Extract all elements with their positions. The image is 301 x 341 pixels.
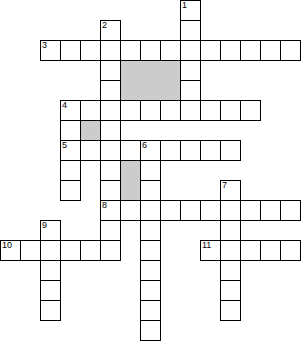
letter-cell[interactable]: [260, 240, 281, 261]
letter-cell[interactable]: [120, 100, 141, 121]
letter-cell[interactable]: [280, 240, 301, 261]
letter-cell[interactable]: [100, 100, 121, 121]
letter-cell[interactable]: 11: [200, 240, 221, 261]
letter-cell[interactable]: [180, 100, 201, 121]
letter-cell[interactable]: [220, 100, 241, 121]
letter-cell[interactable]: [160, 40, 181, 61]
letter-cell[interactable]: 1: [180, 0, 201, 21]
letter-cell[interactable]: [100, 60, 121, 81]
letter-cell[interactable]: [220, 220, 241, 241]
clue-number: 7: [222, 180, 227, 190]
letter-cell[interactable]: [60, 40, 81, 61]
shaded-cell: [120, 80, 141, 101]
letter-cell[interactable]: [60, 240, 81, 261]
letter-cell[interactable]: [100, 240, 121, 261]
shaded-cell: [120, 180, 141, 201]
letter-cell[interactable]: [280, 40, 301, 61]
clue-number: 9: [42, 220, 47, 230]
letter-cell[interactable]: [60, 160, 81, 181]
letter-cell[interactable]: 3: [40, 40, 61, 61]
letter-cell[interactable]: 6: [140, 140, 161, 161]
letter-cell[interactable]: [180, 60, 201, 81]
letter-cell[interactable]: [40, 300, 61, 321]
letter-cell[interactable]: [120, 140, 141, 161]
letter-cell[interactable]: [80, 240, 101, 261]
letter-cell[interactable]: [140, 260, 161, 281]
letter-cell[interactable]: [240, 40, 261, 61]
letter-cell[interactable]: [160, 100, 181, 121]
letter-cell[interactable]: [140, 280, 161, 301]
letter-cell[interactable]: [100, 80, 121, 101]
letter-cell[interactable]: [260, 200, 281, 221]
clue-number: 4: [62, 100, 67, 110]
letter-cell[interactable]: 7: [220, 180, 241, 201]
letter-cell[interactable]: 5: [60, 140, 81, 161]
letter-cell[interactable]: [20, 240, 41, 261]
letter-cell[interactable]: [180, 80, 201, 101]
letter-cell[interactable]: [60, 120, 81, 141]
letter-cell[interactable]: [140, 240, 161, 261]
shaded-cell: [140, 80, 161, 101]
shaded-cell: [160, 60, 181, 81]
letter-cell[interactable]: [140, 220, 161, 241]
letter-cell[interactable]: [100, 140, 121, 161]
shaded-cell: [140, 60, 161, 81]
letter-cell[interactable]: [240, 240, 261, 261]
letter-cell[interactable]: [200, 40, 221, 61]
letter-cell[interactable]: [100, 160, 121, 181]
letter-cell[interactable]: [100, 220, 121, 241]
letter-cell[interactable]: 4: [60, 100, 81, 121]
clue-number: 6: [142, 140, 147, 150]
letter-cell[interactable]: [180, 200, 201, 221]
clue-number: 2: [102, 20, 107, 30]
letter-cell[interactable]: [60, 180, 81, 201]
letter-cell[interactable]: [140, 180, 161, 201]
shaded-cell: [120, 160, 141, 181]
letter-cell[interactable]: [180, 20, 201, 41]
letter-cell[interactable]: 9: [40, 220, 61, 241]
letter-cell[interactable]: [180, 140, 201, 161]
letter-cell[interactable]: [200, 100, 221, 121]
clue-number: 10: [2, 240, 12, 250]
letter-cell[interactable]: [220, 140, 241, 161]
letter-cell[interactable]: [180, 40, 201, 61]
crossword-grid: 1234567891011: [0, 0, 301, 341]
letter-cell[interactable]: [80, 140, 101, 161]
letter-cell[interactable]: [100, 180, 121, 201]
letter-cell[interactable]: [120, 40, 141, 61]
letter-cell[interactable]: [140, 320, 161, 341]
shaded-cell: [160, 80, 181, 101]
letter-cell[interactable]: [200, 200, 221, 221]
letter-cell[interactable]: [40, 260, 61, 281]
letter-cell[interactable]: [100, 120, 121, 141]
letter-cell[interactable]: 10: [0, 240, 21, 261]
letter-cell[interactable]: [260, 40, 281, 61]
letter-cell[interactable]: 8: [100, 200, 121, 221]
letter-cell[interactable]: [140, 40, 161, 61]
letter-cell[interactable]: [240, 200, 261, 221]
letter-cell[interactable]: [200, 140, 221, 161]
letter-cell[interactable]: [220, 260, 241, 281]
letter-cell[interactable]: [240, 100, 261, 121]
letter-cell[interactable]: [140, 200, 161, 221]
clue-number: 3: [42, 40, 47, 50]
letter-cell[interactable]: [100, 40, 121, 61]
letter-cell[interactable]: [160, 200, 181, 221]
letter-cell[interactable]: [160, 140, 181, 161]
letter-cell[interactable]: 2: [100, 20, 121, 41]
letter-cell[interactable]: [280, 200, 301, 221]
letter-cell[interactable]: [220, 280, 241, 301]
clue-number: 5: [62, 140, 67, 150]
letter-cell[interactable]: [40, 280, 61, 301]
clue-number: 8: [102, 200, 107, 210]
letter-cell[interactable]: [220, 300, 241, 321]
letter-cell[interactable]: [80, 100, 101, 121]
letter-cell[interactable]: [140, 100, 161, 121]
letter-cell[interactable]: [220, 240, 241, 261]
letter-cell[interactable]: [80, 40, 101, 61]
letter-cell[interactable]: [120, 200, 141, 221]
letter-cell[interactable]: [40, 240, 61, 261]
shaded-cell: [80, 120, 101, 141]
letter-cell[interactable]: [220, 200, 241, 221]
clue-number: 11: [202, 240, 211, 250]
letter-cell[interactable]: [140, 300, 161, 321]
letter-cell[interactable]: [140, 160, 161, 181]
shaded-cell: [120, 60, 141, 81]
clue-number: 1: [182, 0, 187, 10]
letter-cell[interactable]: [220, 40, 241, 61]
